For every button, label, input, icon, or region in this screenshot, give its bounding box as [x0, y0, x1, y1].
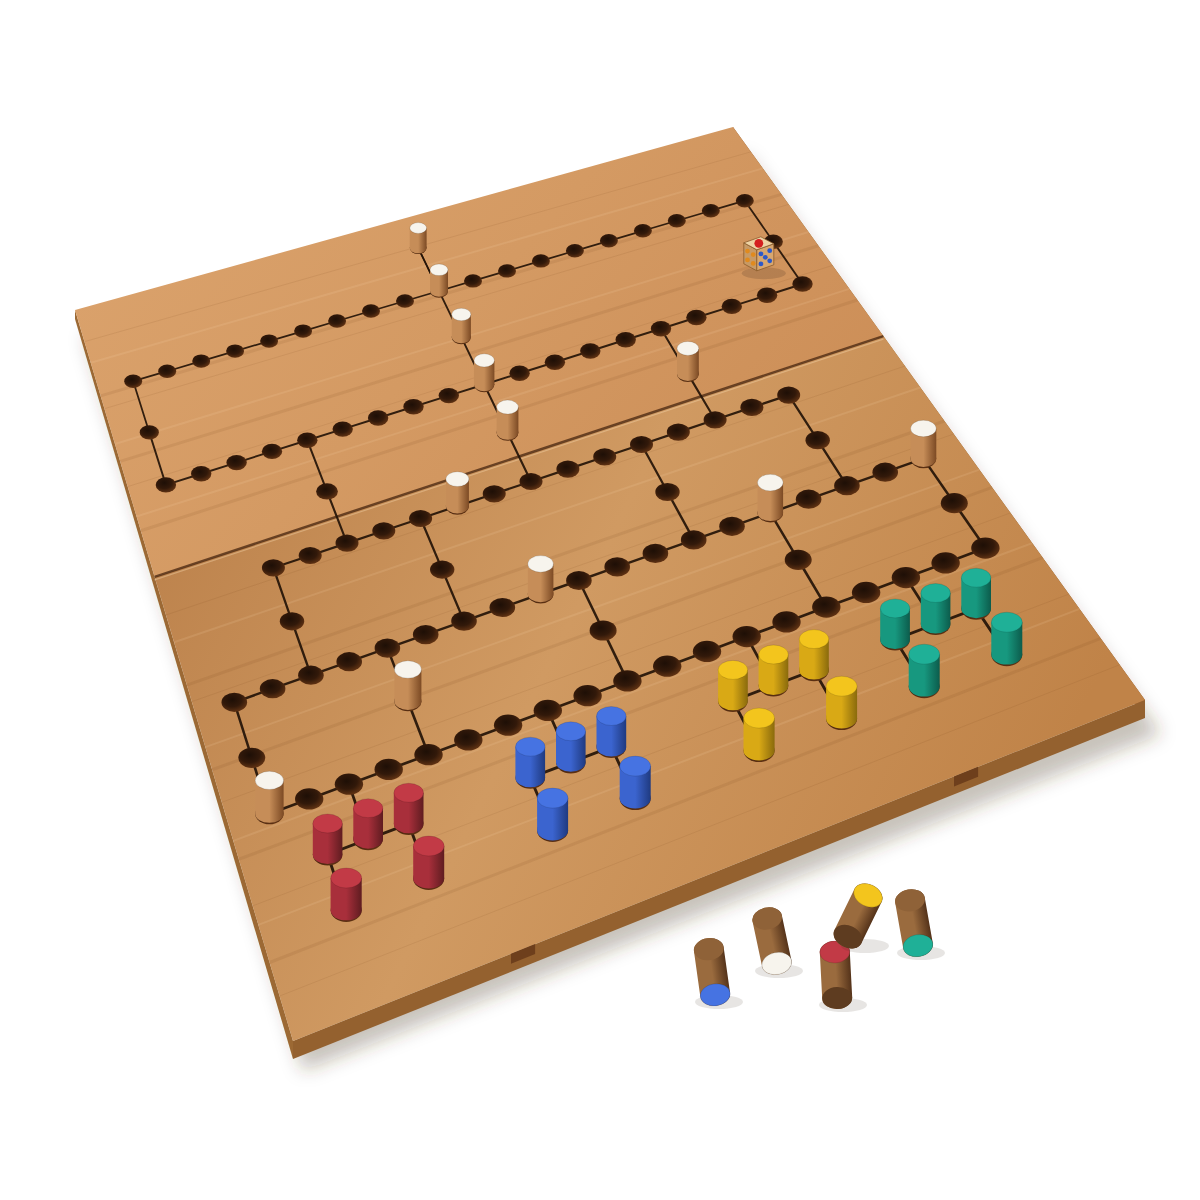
peg-top — [556, 722, 586, 741]
peg-green[interactable] — [961, 568, 991, 618]
board-hole-c8r9 — [573, 685, 601, 706]
peg-red[interactable] — [413, 836, 444, 888]
board-hole-c8r5 — [483, 485, 506, 502]
peg-green[interactable] — [921, 584, 951, 634]
peg-top — [353, 799, 383, 818]
peg-top — [909, 644, 940, 664]
board-hole-c15r5 — [740, 399, 763, 416]
board-hole-c4r4 — [316, 483, 338, 499]
board-hole-c11r7 — [643, 544, 669, 563]
peg-top — [597, 707, 627, 726]
board-hole-c4r9 — [414, 744, 442, 765]
board-hole-c0r7 — [222, 693, 248, 712]
board-hole-c3r9 — [375, 759, 403, 780]
board-hole-c15r7 — [796, 490, 822, 509]
product-photo-stage — [0, 0, 1200, 1200]
board-hole-c3r5 — [299, 547, 322, 564]
board-hole-c17r1 — [702, 204, 720, 217]
die-pip-left — [745, 249, 750, 254]
peg-top — [528, 556, 554, 573]
board-hole-c5r9 — [454, 729, 482, 750]
peg-top — [961, 568, 991, 587]
die-pip-right — [767, 248, 772, 253]
board-hole-c5r1 — [294, 324, 312, 337]
board-hole-c16r6 — [806, 431, 830, 449]
board-hole-c2r7 — [298, 666, 324, 685]
peg-red[interactable] — [313, 814, 343, 864]
peg-top — [394, 661, 421, 678]
peg-blue[interactable] — [515, 737, 545, 787]
board-hole-c2r5 — [262, 559, 285, 576]
board-hole-c16r7 — [834, 476, 860, 495]
peg-top — [446, 472, 469, 487]
barricade-peg-white[interactable] — [452, 308, 471, 343]
board-hole-c18r8 — [941, 493, 968, 513]
board-hole-c9r8 — [590, 620, 617, 640]
board-hole-c0r2 — [140, 425, 159, 439]
board-hole-c9r5 — [520, 473, 543, 490]
barricade-peg-white[interactable] — [677, 341, 699, 381]
board-hole-c8r1 — [396, 294, 414, 307]
board-hole-c5r5 — [372, 522, 395, 539]
peg-yellow[interactable] — [718, 660, 748, 710]
board-hole-c14r5 — [704, 411, 727, 428]
peg-top — [799, 630, 829, 649]
peg-top — [430, 264, 448, 276]
board-hole-c14r1 — [600, 234, 618, 247]
board-hole-c1r9 — [295, 788, 323, 809]
peg-blue[interactable] — [597, 707, 627, 757]
peg-top — [758, 474, 784, 491]
die-pip-right — [763, 255, 768, 260]
peg-green[interactable] — [880, 599, 910, 649]
board-hole-c7r9 — [534, 700, 562, 721]
peg-top — [474, 354, 494, 367]
peg-top — [880, 599, 910, 618]
die-pip-left — [751, 261, 756, 266]
board-hole-c6r1 — [328, 314, 346, 327]
board-hole-c17r3 — [757, 288, 777, 303]
board-hole-c17r9 — [931, 552, 959, 573]
board-hole-c12r9 — [733, 626, 761, 647]
board-hole-c4r1 — [260, 334, 278, 347]
board-hole-c13r5 — [667, 424, 690, 441]
board-hole-c12r7 — [681, 530, 707, 549]
board-hole-c7r7 — [490, 598, 516, 617]
die-pip-right — [759, 262, 764, 267]
peg-top — [620, 756, 651, 776]
board-hole-c18r9 — [971, 538, 999, 559]
board-hole-c12r1 — [532, 254, 550, 267]
wooden-die[interactable] — [744, 237, 774, 271]
peg-yellow[interactable] — [744, 708, 775, 760]
peg-top — [718, 660, 748, 679]
peg-top — [921, 584, 951, 603]
board-hole-c13r7 — [719, 517, 745, 536]
peg-blue[interactable] — [556, 722, 586, 772]
barricade-peg-white[interactable] — [911, 420, 937, 467]
barricade-board-scene — [0, 0, 1200, 1200]
board-hole-c5r3 — [333, 421, 353, 436]
board-hole-c9r7 — [566, 571, 592, 590]
loose-peg-green[interactable] — [893, 887, 934, 959]
peg-top — [313, 814, 343, 833]
peg-top — [516, 737, 546, 756]
board-hole-c3r3 — [262, 444, 282, 459]
board-hole-c14r3 — [651, 321, 671, 336]
peg-red[interactable] — [394, 783, 424, 833]
peg-red[interactable] — [331, 868, 362, 920]
barricade-peg-white[interactable] — [528, 556, 554, 603]
board-hole-c10r1 — [464, 274, 482, 287]
peg-top — [255, 771, 283, 789]
board-hole-c12r5 — [630, 436, 653, 453]
peg-top — [759, 645, 789, 664]
board-hole-c16r1 — [668, 214, 686, 227]
die-pip-left — [751, 252, 756, 257]
board-hole-c10r9 — [653, 656, 681, 677]
peg-yellow[interactable] — [799, 630, 829, 680]
board-hole-c10r5 — [556, 461, 579, 478]
board-hole-c7r1 — [362, 304, 380, 317]
peg-top — [413, 836, 444, 856]
peg-green[interactable] — [909, 644, 940, 696]
peg-top — [826, 676, 857, 696]
board-hole-c13r9 — [772, 611, 800, 632]
board-hole-c16r5 — [777, 387, 800, 404]
board-hole-c12r3 — [580, 343, 600, 358]
board-hole-c16r9 — [892, 567, 920, 588]
board-hole-c14r8 — [785, 550, 812, 570]
barricade-peg-white[interactable] — [255, 771, 283, 823]
peg-top — [452, 308, 471, 320]
peg-top — [497, 400, 519, 414]
board-hole-c0r1 — [124, 375, 142, 388]
die-pip-left — [745, 258, 750, 263]
peg-yellow[interactable] — [759, 645, 789, 695]
die-pip-top-1 — [754, 239, 763, 248]
peg-green[interactable] — [991, 612, 1022, 664]
peg-top — [991, 612, 1022, 632]
board-hole-c2r3 — [226, 455, 246, 470]
board-hole-c13r1 — [566, 244, 584, 257]
peg-yellow[interactable] — [826, 676, 857, 728]
board-hole-c13r3 — [616, 332, 636, 347]
board-hole-c14r9 — [812, 597, 840, 618]
barricade-peg-white[interactable] — [430, 264, 448, 297]
peg-top — [744, 708, 775, 728]
peg-top — [331, 868, 362, 888]
board-hole-c18r1 — [736, 194, 754, 207]
board-hole-c15r9 — [852, 582, 880, 603]
peg-blue[interactable] — [620, 756, 651, 808]
board-hole-c17r7 — [872, 463, 898, 482]
board-hole-c11r3 — [545, 355, 565, 370]
board-hole-c1r1 — [158, 365, 176, 378]
board-hole-c6r7 — [451, 612, 477, 631]
board-hole-c10r3 — [509, 366, 529, 381]
board-hole-c15r3 — [686, 310, 706, 325]
barricade-peg-white[interactable] — [497, 400, 519, 440]
board-hole-c11r1 — [498, 264, 516, 277]
peg-top — [394, 783, 424, 802]
peg-top — [537, 788, 568, 808]
board-hole-c0r8 — [238, 748, 265, 768]
peg-top — [410, 223, 427, 234]
board-hole-c2r1 — [192, 354, 210, 367]
board-hole-c3r1 — [226, 344, 244, 357]
board-hole-c11r5 — [593, 448, 616, 465]
die-shadow — [742, 267, 786, 279]
barricade-peg-white[interactable] — [758, 474, 784, 521]
barricade-peg-white[interactable] — [394, 661, 421, 710]
peg-blue[interactable] — [537, 788, 568, 840]
board-hole-c2r9 — [335, 774, 363, 795]
board-hole-c15r1 — [634, 224, 652, 237]
board-hole-c9r9 — [613, 670, 641, 691]
board-hole-c1r7 — [260, 679, 286, 698]
board-hole-c6r5 — [409, 510, 432, 527]
board-hole-c16r3 — [722, 299, 742, 314]
board-hole-c11r9 — [693, 641, 721, 662]
board-hole-c2r6 — [280, 612, 304, 630]
board-hole-c12r6 — [655, 483, 679, 501]
board-hole-c7r3 — [403, 399, 423, 414]
board-hole-c4r3 — [297, 433, 317, 448]
loose-peg-blue[interactable] — [692, 936, 731, 1008]
board-hole-c3r7 — [336, 652, 362, 671]
board-hole-c5r7 — [413, 625, 439, 644]
board-hole-c0r3 — [156, 477, 176, 492]
barricade-peg-white[interactable] — [410, 223, 427, 254]
board-hole-c4r5 — [336, 535, 359, 552]
peg-top — [677, 341, 699, 355]
board-hole-c1r3 — [191, 466, 211, 481]
peg-red[interactable] — [353, 799, 383, 849]
board-hole-c6r9 — [494, 715, 522, 736]
board-hole-c10r7 — [604, 557, 630, 576]
barricade-peg-white[interactable] — [446, 472, 469, 514]
board-hole-c18r3 — [792, 276, 812, 291]
peg-top — [911, 420, 937, 437]
board-hole-c4r7 — [375, 639, 401, 658]
board-hole-c6r6 — [430, 561, 454, 579]
die-pip-right — [759, 251, 764, 256]
barricade-peg-white[interactable] — [474, 354, 495, 391]
board-hole-c8r3 — [439, 388, 459, 403]
loose-peg-white[interactable] — [750, 905, 793, 978]
board-hole-c6r3 — [368, 410, 388, 425]
die-pip-right — [767, 258, 772, 263]
